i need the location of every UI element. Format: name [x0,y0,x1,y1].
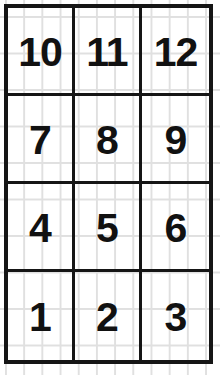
grid-cell: 11 [75,8,142,96]
grid-cell: 3 [142,272,209,360]
grid-cell: 2 [75,272,142,360]
grid-cell: 5 [75,184,142,272]
grid-cell: 12 [142,8,209,96]
grid-cell: 1 [8,272,75,360]
grid-cell: 6 [142,184,209,272]
number-grid-board: 10 11 12 7 8 9 4 5 6 1 2 3 [4,4,213,364]
grid-cell: 7 [8,96,75,184]
grid-cell: 10 [8,8,75,96]
grid-cell: 8 [75,96,142,184]
grid-cell: 4 [8,184,75,272]
grid-cell: 9 [142,96,209,184]
